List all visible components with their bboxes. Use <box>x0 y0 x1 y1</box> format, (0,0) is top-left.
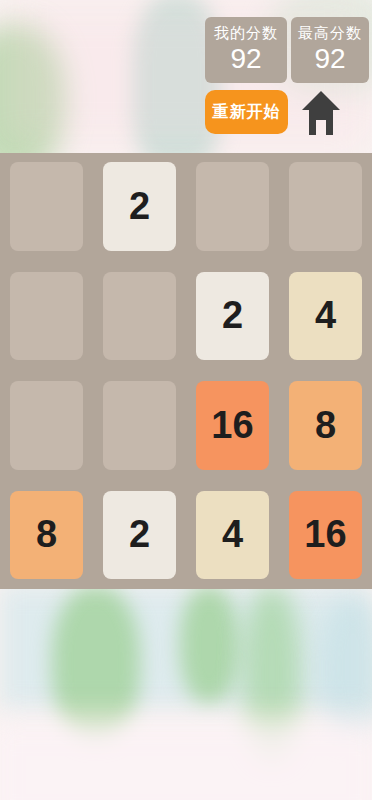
game-board[interactable]: 22416882416 <box>0 153 372 589</box>
footer-area <box>0 589 372 800</box>
tile-2: 2 <box>103 162 176 251</box>
tile-4: 4 <box>196 491 269 580</box>
tile-2: 2 <box>196 272 269 361</box>
empty-cell <box>103 381 176 470</box>
empty-cell <box>10 162 83 251</box>
empty-cell <box>10 381 83 470</box>
tile-2: 2 <box>103 491 176 580</box>
restart-button[interactable]: 重新开始 <box>205 90 288 134</box>
empty-cell <box>289 162 362 251</box>
my-score-value: 92 <box>205 42 287 76</box>
best-score-label: 最高分数 <box>291 24 369 42</box>
tile-16: 16 <box>196 381 269 470</box>
my-score-box: 我的分数 92 <box>205 17 287 83</box>
header-panel: 我的分数 92 最高分数 92 重新开始 <box>205 17 369 136</box>
app-screen: 我的分数 92 最高分数 92 重新开始 22416882416 <box>0 0 372 800</box>
controls-row: 重新开始 <box>205 88 369 136</box>
best-score-box: 最高分数 92 <box>291 17 369 83</box>
empty-cell <box>196 162 269 251</box>
tile-16: 16 <box>289 491 362 580</box>
empty-cell <box>10 272 83 361</box>
home-icon[interactable] <box>300 88 342 136</box>
empty-cell <box>103 272 176 361</box>
score-row: 我的分数 92 最高分数 92 <box>205 17 369 83</box>
tile-8: 8 <box>10 491 83 580</box>
my-score-label: 我的分数 <box>205 24 287 42</box>
tile-8: 8 <box>289 381 362 470</box>
best-score-value: 92 <box>291 42 369 76</box>
header: 我的分数 92 最高分数 92 重新开始 <box>0 0 372 153</box>
tile-4: 4 <box>289 272 362 361</box>
